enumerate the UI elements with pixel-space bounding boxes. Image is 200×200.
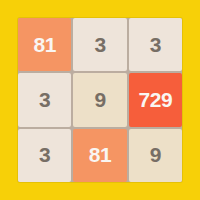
- tile-r1c2: 729: [129, 73, 182, 126]
- tile-r2c2: 9: [129, 129, 182, 182]
- tile-r1c0: 3: [18, 73, 71, 126]
- tile-r0c2: 3: [129, 18, 182, 71]
- tile-r0c0: 81: [18, 18, 71, 71]
- tile-r1c1: 9: [73, 73, 126, 126]
- tile-r2c1: 81: [73, 129, 126, 182]
- game-board[interactable]: 81 3 3 3 9 729 3 81 9: [18, 18, 182, 182]
- tile-r2c0: 3: [18, 129, 71, 182]
- tile-r0c1: 3: [73, 18, 126, 71]
